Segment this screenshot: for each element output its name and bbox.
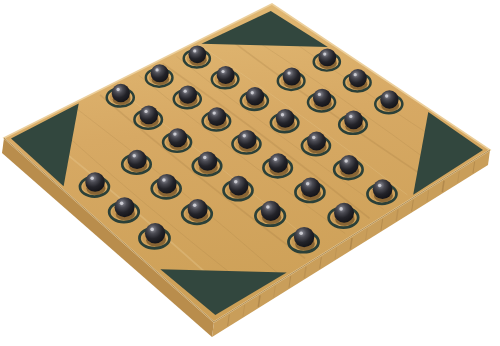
- marble-3-5[interactable]: [301, 178, 321, 198]
- marble-highlight: [312, 136, 315, 139]
- marble-3-0[interactable]: [151, 64, 169, 82]
- marble-highlight: [155, 68, 158, 71]
- marble-2-0[interactable]: [188, 45, 206, 63]
- marble-2-4[interactable]: [307, 132, 326, 151]
- marble-1-4[interactable]: [344, 111, 363, 130]
- marble-1-2[interactable]: [283, 67, 301, 85]
- marble-highlight: [354, 73, 357, 76]
- marble-highlight: [116, 88, 119, 91]
- marble-highlight: [213, 111, 216, 114]
- marble-highlight: [299, 231, 303, 235]
- marble-highlight: [162, 178, 166, 182]
- marble-highlight: [281, 113, 284, 116]
- marble-4-5[interactable]: [261, 201, 281, 221]
- marble-highlight: [173, 132, 176, 135]
- marble-3-1[interactable]: [179, 85, 197, 103]
- marble-highlight: [306, 182, 310, 186]
- marble-highlight: [234, 180, 238, 184]
- marble-highlight: [349, 115, 352, 118]
- marble-highlight: [274, 158, 277, 161]
- marble-highlight: [150, 228, 154, 232]
- marble-3-4[interactable]: [269, 153, 288, 172]
- marble-4-1[interactable]: [139, 106, 158, 125]
- marble-0-2[interactable]: [318, 49, 336, 67]
- marble-4-2[interactable]: [168, 128, 187, 147]
- marble-highlight: [133, 154, 136, 157]
- marble-1-3[interactable]: [313, 89, 331, 107]
- marble-highlight: [203, 156, 206, 159]
- marble-4-6[interactable]: [294, 227, 314, 247]
- marble-highlight: [144, 110, 147, 113]
- marble-highlight: [266, 205, 270, 209]
- marble-highlight: [243, 134, 246, 137]
- marble-3-2[interactable]: [208, 107, 227, 126]
- marble-6-2[interactable]: [85, 172, 105, 192]
- marble-2-5[interactable]: [339, 155, 358, 174]
- marble-highlight: [318, 93, 321, 96]
- marble-highlight: [323, 52, 326, 55]
- marble-4-4[interactable]: [229, 176, 249, 196]
- marble-highlight: [120, 202, 124, 206]
- marble-3-6[interactable]: [334, 203, 354, 223]
- marble-2-2[interactable]: [246, 87, 264, 105]
- marble-0-3[interactable]: [349, 69, 367, 87]
- marble-highlight: [287, 71, 290, 74]
- marble-6-3[interactable]: [115, 197, 135, 217]
- marble-2-1[interactable]: [217, 66, 235, 84]
- marble-highlight: [385, 94, 388, 97]
- peg-solitaire-board: [0, 0, 500, 346]
- marble-highlight: [339, 207, 343, 211]
- marble-5-3[interactable]: [157, 174, 177, 194]
- marble-highlight: [193, 49, 196, 52]
- marble-6-4[interactable]: [145, 223, 165, 243]
- marble-highlight: [344, 159, 347, 162]
- marble-highlight: [251, 91, 254, 94]
- marble-3-3[interactable]: [238, 130, 257, 149]
- marble-5-4[interactable]: [188, 199, 208, 219]
- marble-2-6[interactable]: [373, 179, 393, 199]
- marble-4-0[interactable]: [112, 84, 130, 102]
- solitaire-board-photo: [0, 0, 500, 346]
- marble-highlight: [193, 203, 197, 207]
- marble-highlight: [221, 70, 224, 73]
- marble-highlight: [90, 177, 94, 181]
- marble-4-3[interactable]: [198, 152, 217, 171]
- marble-highlight: [183, 89, 186, 92]
- marble-5-2[interactable]: [127, 150, 146, 169]
- marble-highlight: [378, 184, 382, 188]
- marble-0-4[interactable]: [380, 90, 398, 108]
- marble-2-3[interactable]: [276, 109, 295, 128]
